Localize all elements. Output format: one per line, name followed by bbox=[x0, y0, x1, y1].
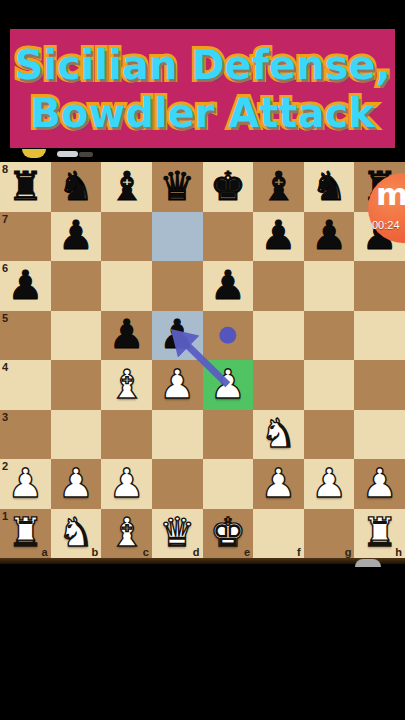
black-pawn: ♟ bbox=[261, 215, 297, 255]
white-pawn: ♟ bbox=[159, 364, 195, 404]
square-c5[interactable]: ♟ bbox=[101, 311, 152, 361]
rank-label-7: 7 bbox=[2, 213, 8, 225]
square-g7[interactable]: ♟ bbox=[304, 212, 355, 262]
white-pawn: ♟ bbox=[311, 463, 347, 503]
square-b3[interactable] bbox=[51, 410, 102, 460]
square-h5[interactable] bbox=[354, 311, 405, 361]
file-label-g: g bbox=[345, 546, 352, 558]
toolbar-icon-partial-dark[interactable] bbox=[79, 152, 93, 157]
black-pawn: ♟ bbox=[7, 265, 43, 305]
square-f7[interactable]: ♟ bbox=[253, 212, 304, 262]
square-g1[interactable]: g bbox=[304, 509, 355, 559]
square-g4[interactable] bbox=[304, 360, 355, 410]
square-h4[interactable] bbox=[354, 360, 405, 410]
square-d7[interactable] bbox=[152, 212, 203, 262]
white-bishop: ♝ bbox=[109, 512, 145, 552]
square-d3[interactable] bbox=[152, 410, 203, 460]
white-pawn: ♟ bbox=[362, 463, 398, 503]
square-d5[interactable]: ♟ bbox=[152, 311, 203, 361]
black-pawn: ♟ bbox=[210, 265, 246, 305]
square-d1[interactable]: ♛d bbox=[152, 509, 203, 559]
square-d6[interactable] bbox=[152, 261, 203, 311]
black-pawn: ♟ bbox=[109, 314, 145, 354]
square-a3[interactable]: 3 bbox=[0, 410, 51, 460]
floating-button-peek[interactable] bbox=[355, 559, 381, 567]
square-e4[interactable]: ♟ bbox=[203, 360, 254, 410]
square-g3[interactable] bbox=[304, 410, 355, 460]
white-queen: ♛ bbox=[159, 512, 195, 552]
square-b5[interactable] bbox=[51, 311, 102, 361]
square-c3[interactable] bbox=[101, 410, 152, 460]
square-f8[interactable]: ♝ bbox=[253, 162, 304, 212]
square-h1[interactable]: ♜h bbox=[354, 509, 405, 559]
white-pawn: ♟ bbox=[58, 463, 94, 503]
rank-label-3: 3 bbox=[2, 411, 8, 423]
black-bishop: ♝ bbox=[109, 166, 145, 206]
square-f2[interactable]: ♟ bbox=[253, 459, 304, 509]
square-f4[interactable] bbox=[253, 360, 304, 410]
rank-label-1: 1 bbox=[2, 510, 8, 522]
square-a5[interactable]: 5 bbox=[0, 311, 51, 361]
square-b1[interactable]: ♞b bbox=[51, 509, 102, 559]
white-bishop: ♝ bbox=[109, 364, 145, 404]
square-b4[interactable] bbox=[51, 360, 102, 410]
white-pawn: ♟ bbox=[261, 463, 297, 503]
file-label-b: b bbox=[92, 546, 99, 558]
white-knight: ♞ bbox=[58, 512, 94, 552]
square-b8[interactable]: ♞ bbox=[51, 162, 102, 212]
square-a6[interactable]: ♟6 bbox=[0, 261, 51, 311]
white-rook: ♜ bbox=[7, 512, 43, 552]
white-knight: ♞ bbox=[261, 413, 297, 453]
square-c4[interactable]: ♝ bbox=[101, 360, 152, 410]
white-pawn: ♟ bbox=[7, 463, 43, 503]
square-e1[interactable]: ♚e bbox=[203, 509, 254, 559]
square-g8[interactable]: ♞ bbox=[304, 162, 355, 212]
square-e3[interactable] bbox=[203, 410, 254, 460]
title-banner: Sicilian Defense, Bowdler Attack bbox=[10, 29, 395, 148]
file-label-c: c bbox=[143, 546, 149, 558]
square-f1[interactable]: f bbox=[253, 509, 304, 559]
black-rook: ♜ bbox=[7, 166, 43, 206]
board-bottom-shadow bbox=[0, 558, 405, 564]
white-pawn: ♟ bbox=[210, 364, 246, 404]
square-h2[interactable]: ♟ bbox=[354, 459, 405, 509]
black-queen: ♛ bbox=[159, 166, 195, 206]
toolbar-icon-partial-grey[interactable] bbox=[57, 151, 78, 157]
square-a2[interactable]: ♟2 bbox=[0, 459, 51, 509]
square-g6[interactable] bbox=[304, 261, 355, 311]
square-c2[interactable]: ♟ bbox=[101, 459, 152, 509]
rank-label-5: 5 bbox=[2, 312, 8, 324]
black-bishop: ♝ bbox=[261, 166, 297, 206]
black-pawn: ♟ bbox=[159, 314, 195, 354]
square-f3[interactable]: ♞ bbox=[253, 410, 304, 460]
square-g2[interactable]: ♟ bbox=[304, 459, 355, 509]
recorder-timer: 00:24 bbox=[372, 219, 400, 231]
square-a4[interactable]: 4 bbox=[0, 360, 51, 410]
square-a7[interactable]: 7 bbox=[0, 212, 51, 262]
black-knight: ♞ bbox=[58, 166, 94, 206]
square-d2[interactable] bbox=[152, 459, 203, 509]
rank-label-4: 4 bbox=[2, 361, 8, 373]
white-pawn: ♟ bbox=[109, 463, 145, 503]
title-line-2: Bowdler Attack bbox=[30, 89, 375, 137]
title-line-1: Sicilian Defense, bbox=[14, 41, 390, 89]
square-f6[interactable] bbox=[253, 261, 304, 311]
square-b6[interactable] bbox=[51, 261, 102, 311]
black-king: ♚ bbox=[210, 166, 246, 206]
chess-board[interactable]: ♜8♞♝♛♚♝♞♜7♟♟♟♟♟6♟5♟♟4♝♟♟3♞♟2♟♟♟♟♟♜1a♞b♝c… bbox=[0, 162, 405, 558]
file-label-d: d bbox=[193, 546, 200, 558]
recorder-logo-icon: m bbox=[376, 179, 405, 210]
square-b2[interactable]: ♟ bbox=[51, 459, 102, 509]
rank-label-8: 8 bbox=[2, 163, 8, 175]
toolbar-icon-partial-yellow[interactable] bbox=[22, 149, 46, 158]
square-d4[interactable]: ♟ bbox=[152, 360, 203, 410]
square-d8[interactable]: ♛ bbox=[152, 162, 203, 212]
rank-label-6: 6 bbox=[2, 262, 8, 274]
square-e8[interactable]: ♚ bbox=[203, 162, 254, 212]
square-g5[interactable] bbox=[304, 311, 355, 361]
square-c1[interactable]: ♝c bbox=[101, 509, 152, 559]
square-e2[interactable] bbox=[203, 459, 254, 509]
square-e5[interactable] bbox=[203, 311, 254, 361]
rank-label-2: 2 bbox=[2, 460, 8, 472]
square-c7[interactable] bbox=[101, 212, 152, 262]
file-label-h: h bbox=[395, 546, 402, 558]
square-h6[interactable] bbox=[354, 261, 405, 311]
white-rook: ♜ bbox=[362, 512, 398, 552]
square-e7[interactable] bbox=[203, 212, 254, 262]
square-b7[interactable]: ♟ bbox=[51, 212, 102, 262]
white-king: ♚ bbox=[210, 512, 246, 552]
square-f5[interactable] bbox=[253, 311, 304, 361]
black-pawn: ♟ bbox=[311, 215, 347, 255]
file-label-a: a bbox=[42, 546, 48, 558]
black-pawn: ♟ bbox=[58, 215, 94, 255]
square-c6[interactable] bbox=[101, 261, 152, 311]
square-h3[interactable] bbox=[354, 410, 405, 460]
square-a1[interactable]: ♜1a bbox=[0, 509, 51, 559]
square-c8[interactable]: ♝ bbox=[101, 162, 152, 212]
square-e6[interactable]: ♟ bbox=[203, 261, 254, 311]
file-label-e: e bbox=[244, 546, 250, 558]
square-a8[interactable]: ♜8 bbox=[0, 162, 51, 212]
file-label-f: f bbox=[297, 546, 301, 558]
black-knight: ♞ bbox=[311, 166, 347, 206]
